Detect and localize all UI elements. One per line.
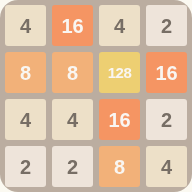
tile-r1c4-value-2: 2 bbox=[146, 5, 187, 46]
tile-r4c4-value-4: 4 bbox=[146, 146, 187, 187]
tile-r3c4-value-2: 2 bbox=[146, 99, 187, 140]
tile-r3c2-value-4: 4 bbox=[52, 99, 93, 140]
tile-r2c4-value-16: 16 bbox=[146, 52, 187, 93]
tile-r4c1-value-2: 2 bbox=[5, 146, 46, 187]
tile-r1c3-value-4: 4 bbox=[99, 5, 140, 46]
tile-r3c1-value-4: 4 bbox=[5, 99, 46, 140]
tile-r2c3-value-128: 128 bbox=[99, 52, 140, 93]
app-icon-2048: 416428812816441622284 bbox=[0, 0, 192, 192]
tile-r4c3-value-8: 8 bbox=[99, 146, 140, 187]
tile-r1c2-value-16: 16 bbox=[52, 5, 93, 46]
tile-r2c2-value-8: 8 bbox=[52, 52, 93, 93]
tile-r4c2-value-2: 2 bbox=[52, 146, 93, 187]
tile-r2c1-value-8: 8 bbox=[5, 52, 46, 93]
tile-r1c1-value-4: 4 bbox=[5, 5, 46, 46]
tile-r3c3-value-16: 16 bbox=[99, 99, 140, 140]
game-board[interactable]: 416428812816441622284 bbox=[0, 0, 192, 192]
